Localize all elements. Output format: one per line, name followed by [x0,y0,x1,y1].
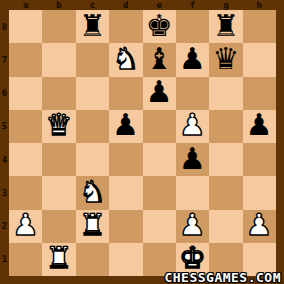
square-b5[interactable]: ♛ [42,110,75,143]
chess-board: ♜♚♜♞♝♟♛♟♛♟♟♟♟♞♟♜♟♟♜♚ [9,10,276,276]
square-a2[interactable]: ♟ [9,210,42,243]
piece-white-queen[interactable]: ♛ [46,110,73,140]
square-d7[interactable]: ♞ [109,43,142,76]
piece-white-knight[interactable]: ♞ [112,44,139,74]
square-d3[interactable] [109,176,142,209]
square-d1[interactable] [109,243,142,276]
rank-label-6: 6 [0,77,9,110]
square-c7[interactable] [76,43,109,76]
square-g5[interactable] [209,110,242,143]
square-d8[interactable] [109,10,142,43]
rank-label-7: 7 [0,43,9,76]
square-c3[interactable]: ♞ [76,176,109,209]
square-e6[interactable]: ♟ [143,77,176,110]
square-b2[interactable] [42,210,75,243]
piece-black-pawn[interactable]: ♟ [112,110,139,140]
rank-labels: 87654321 [0,10,9,276]
piece-black-pawn[interactable]: ♟ [179,144,206,174]
square-a5[interactable] [9,110,42,143]
square-d5[interactable]: ♟ [109,110,142,143]
square-f8[interactable] [176,10,209,43]
piece-white-knight[interactable]: ♞ [79,177,106,207]
square-a8[interactable] [9,10,42,43]
rank-label-8: 8 [0,10,9,43]
square-c8[interactable]: ♜ [76,10,109,43]
square-g8[interactable]: ♜ [209,10,242,43]
square-e3[interactable] [143,176,176,209]
rank-label-4: 4 [0,143,9,176]
watermark-chessgames: CHESSGAMES.COM [164,272,281,284]
rank-label-5: 5 [0,110,9,143]
square-e2[interactable] [143,210,176,243]
square-a3[interactable] [9,176,42,209]
piece-black-pawn[interactable]: ♟ [146,77,173,107]
square-f5[interactable]: ♟ [176,110,209,143]
square-c2[interactable]: ♜ [76,210,109,243]
square-f2[interactable]: ♟ [176,210,209,243]
square-f6[interactable] [176,77,209,110]
square-g4[interactable] [209,143,242,176]
square-g3[interactable] [209,176,242,209]
square-g6[interactable] [209,77,242,110]
square-e8[interactable]: ♚ [143,10,176,43]
square-f7[interactable]: ♟ [176,43,209,76]
square-b6[interactable] [42,77,75,110]
square-h8[interactable] [243,10,276,43]
square-c4[interactable] [76,143,109,176]
rank-label-1: 1 [0,243,9,276]
square-h4[interactable] [243,143,276,176]
square-f3[interactable] [176,176,209,209]
square-a6[interactable] [9,77,42,110]
square-e4[interactable] [143,143,176,176]
square-d4[interactable] [109,143,142,176]
piece-white-rook[interactable]: ♜ [46,243,73,273]
piece-black-queen[interactable]: ♛ [212,44,239,74]
board-frame: abcdefgh 87654321 ♜♚♜♞♝♟♛♟♛♟♟♟♟♞♟♜♟♟♜♚ C… [0,0,284,284]
square-c1[interactable] [76,243,109,276]
square-b1[interactable]: ♜ [42,243,75,276]
square-b7[interactable] [42,43,75,76]
square-h5[interactable]: ♟ [243,110,276,143]
piece-black-rook[interactable]: ♜ [212,11,239,41]
square-h6[interactable] [243,77,276,110]
piece-white-pawn[interactable]: ♟ [179,210,206,240]
square-a1[interactable] [9,243,42,276]
piece-white-king[interactable]: ♚ [179,243,206,273]
square-a7[interactable] [9,43,42,76]
square-h3[interactable] [243,176,276,209]
rank-label-2: 2 [0,210,9,243]
square-b8[interactable] [42,10,75,43]
square-c5[interactable] [76,110,109,143]
square-h2[interactable]: ♟ [243,210,276,243]
square-g7[interactable]: ♛ [209,43,242,76]
square-a4[interactable] [9,143,42,176]
square-f4[interactable]: ♟ [176,143,209,176]
piece-white-pawn[interactable]: ♟ [246,210,273,240]
rank-label-3: 3 [0,176,9,209]
square-e7[interactable]: ♝ [143,43,176,76]
square-c6[interactable] [76,77,109,110]
square-d6[interactable] [109,77,142,110]
square-e5[interactable] [143,110,176,143]
square-d2[interactable] [109,210,142,243]
piece-white-pawn[interactable]: ♟ [12,210,39,240]
square-h7[interactable] [243,43,276,76]
square-b4[interactable] [42,143,75,176]
piece-black-king[interactable]: ♚ [146,11,173,41]
piece-black-pawn[interactable]: ♟ [179,44,206,74]
square-g2[interactable] [209,210,242,243]
piece-black-rook[interactable]: ♜ [79,11,106,41]
piece-white-pawn[interactable]: ♟ [179,110,206,140]
piece-white-rook[interactable]: ♜ [79,210,106,240]
square-b3[interactable] [42,176,75,209]
piece-black-bishop[interactable]: ♝ [146,44,173,74]
piece-black-pawn[interactable]: ♟ [246,110,273,140]
